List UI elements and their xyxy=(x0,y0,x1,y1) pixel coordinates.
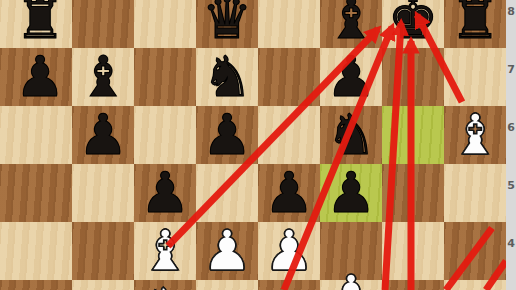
square-a6[interactable] xyxy=(0,106,72,164)
square-a3[interactable] xyxy=(0,280,72,290)
square-g6[interactable] xyxy=(382,106,444,164)
black-knight-f6[interactable]: ♞ xyxy=(316,103,386,167)
chess-analysis-screenshot: ♜♛♝♚♜♟♝♞♟♟♟♞♝♟♟♟♝♟♟♞♟ 87654 xyxy=(0,0,516,290)
square-e6[interactable] xyxy=(258,106,320,164)
square-a5[interactable] xyxy=(0,164,72,222)
white-knight-c3[interactable]: ♞ xyxy=(130,277,200,290)
rank-label-7: 7 xyxy=(506,63,516,76)
black-pawn-e5[interactable]: ♟ xyxy=(254,161,324,225)
square-b3[interactable] xyxy=(72,280,134,290)
rank-coordinate-strip: 87654 xyxy=(506,0,516,290)
square-h7[interactable] xyxy=(444,48,506,106)
square-b8[interactable] xyxy=(72,0,134,48)
square-h5[interactable] xyxy=(444,164,506,222)
white-pawn-d4[interactable]: ♟ xyxy=(192,219,262,283)
black-pawn-f5[interactable]: ♟ xyxy=(316,161,386,225)
square-g7[interactable] xyxy=(382,48,444,106)
rank-label-8: 8 xyxy=(506,5,516,18)
square-h4[interactable] xyxy=(444,222,506,280)
white-pawn-e4[interactable]: ♟ xyxy=(254,219,324,283)
rank-label-4: 4 xyxy=(506,237,516,250)
square-c6[interactable] xyxy=(134,106,196,164)
black-knight-d7[interactable]: ♞ xyxy=(192,45,262,109)
black-pawn-a7[interactable]: ♟ xyxy=(5,45,75,109)
square-g3[interactable] xyxy=(382,280,444,290)
black-rook-h8[interactable]: ♜ xyxy=(440,0,506,51)
square-h3[interactable] xyxy=(444,280,506,290)
square-e8[interactable] xyxy=(258,0,320,48)
rank-label-5: 5 xyxy=(506,179,516,192)
white-bishop-h6[interactable]: ♝ xyxy=(440,103,506,167)
square-g4[interactable] xyxy=(382,222,444,280)
rank-label-6: 6 xyxy=(506,121,516,134)
black-pawn-b6[interactable]: ♟ xyxy=(68,103,138,167)
white-pawn-f3[interactable]: ♟ xyxy=(316,264,386,290)
square-g5[interactable] xyxy=(382,164,444,222)
black-king-g8[interactable]: ♚ xyxy=(378,0,448,51)
white-bishop-c4[interactable]: ♝ xyxy=(130,219,200,283)
square-a4[interactable] xyxy=(0,222,72,280)
black-pawn-f7[interactable]: ♟ xyxy=(316,45,386,109)
black-bishop-b7[interactable]: ♝ xyxy=(68,45,138,109)
square-d5[interactable] xyxy=(196,164,258,222)
square-c8[interactable] xyxy=(134,0,196,48)
square-e7[interactable] xyxy=(258,48,320,106)
black-pawn-c5[interactable]: ♟ xyxy=(130,161,200,225)
black-pawn-d6[interactable]: ♟ xyxy=(192,103,262,167)
chess-board[interactable]: ♜♛♝♚♜♟♝♞♟♟♟♞♝♟♟♟♝♟♟♞♟ xyxy=(0,0,506,290)
square-c7[interactable] xyxy=(134,48,196,106)
square-b4[interactable] xyxy=(72,222,134,280)
square-b5[interactable] xyxy=(72,164,134,222)
